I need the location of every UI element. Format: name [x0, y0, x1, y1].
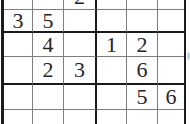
cell-r2c3[interactable]: [64, 10, 97, 33]
cell-r5c1[interactable]: [4, 85, 33, 110]
cell-r5c2[interactable]: [33, 85, 64, 110]
cell-r6c4[interactable]: [97, 110, 127, 124]
cell-r4c5[interactable]: 6: [127, 57, 158, 85]
cell-r4c6[interactable]: [158, 57, 184, 85]
cell-r1c4[interactable]: [97, 0, 127, 10]
cell-r3c1[interactable]: [4, 33, 33, 57]
cell-r5c6[interactable]: 6: [158, 85, 184, 110]
cell-r5c4[interactable]: [97, 85, 127, 110]
cell-r1c6[interactable]: [158, 0, 184, 10]
cell-r6c5[interactable]: [127, 110, 158, 124]
cell-r1c3[interactable]: 2: [64, 0, 97, 10]
cell-r6c1[interactable]: [4, 110, 33, 124]
cell-r2c5[interactable]: [127, 10, 158, 33]
cell-r3c5[interactable]: 2: [127, 33, 158, 57]
cell-r1c5[interactable]: [127, 0, 158, 10]
cell-r3c4[interactable]: 1: [97, 33, 127, 57]
screenshot-root: 23541223656: [0, 0, 190, 124]
cell-r2c4[interactable]: [97, 10, 127, 33]
cell-r2c2[interactable]: 5: [33, 10, 64, 33]
cell-r3c2[interactable]: 4: [33, 33, 64, 57]
cell-r2c6[interactable]: [158, 10, 184, 33]
cell-r5c3[interactable]: [64, 85, 97, 110]
edge-artifact: [187, 52, 190, 60]
cell-r2c1[interactable]: 3: [4, 10, 33, 33]
cell-r4c3[interactable]: 3: [64, 57, 97, 85]
cell-r4c2[interactable]: 2: [33, 57, 64, 85]
cell-r4c4[interactable]: [97, 57, 127, 85]
cell-r6c6[interactable]: [158, 110, 184, 124]
cell-r3c6[interactable]: [158, 33, 184, 57]
cell-r6c3[interactable]: [64, 110, 97, 124]
cell-r4c1[interactable]: [4, 57, 33, 85]
cell-r6c2[interactable]: [33, 110, 64, 124]
cell-r3c3[interactable]: [64, 33, 97, 57]
sudoku-board: 23541223656: [1, 0, 186, 124]
cell-r5c5[interactable]: 5: [127, 85, 158, 110]
